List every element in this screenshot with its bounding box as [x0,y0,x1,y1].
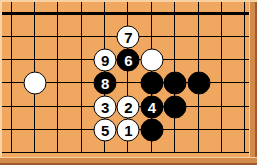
move-number: 5 [101,123,109,138]
grid-line-horizontal [70,129,93,130]
board-point-1-1[interactable] [23,25,46,48]
grid-line-horizontal [47,36,70,37]
grid-line-horizontal [0,59,23,60]
grid-line-vertical [104,2,105,25]
board-point-3-5[interactable] [70,118,93,141]
grid-line-vertical [174,25,175,48]
grid-line-vertical [104,25,105,48]
grid-line-horizontal [0,36,23,37]
go-board-frame: 796832451 [0,0,257,165]
grid-line-horizontal [0,106,23,107]
grid-line-vertical [11,49,12,72]
grid-line-horizontal [70,106,93,107]
grid-line-horizontal [23,12,46,15]
board-point-7-5[interactable] [164,118,187,141]
grid-line-vertical [57,142,58,154]
black-stone-move-4[interactable]: 4 [140,95,163,118]
frame-shadow-right [250,0,257,165]
board-point-7-2[interactable] [164,49,187,72]
board-point-8-2[interactable] [187,49,210,72]
board-point-0-5[interactable] [0,118,23,141]
grid-line-vertical [34,25,35,48]
board-point-4-1[interactable] [93,25,116,48]
board-point-8-3[interactable] [187,72,210,95]
grid-line-vertical [11,95,12,118]
grid-line-vertical [244,2,245,25]
grid-line-horizontal [140,152,163,153]
grid-line-vertical [244,118,245,141]
grid-line-vertical [11,72,12,95]
black-stone[interactable] [140,119,163,142]
board-point-9-4[interactable] [210,95,233,118]
move-number: 7 [124,29,132,44]
grid-line-vertical [244,72,245,95]
grid-line-vertical [11,2,12,25]
board-point-0-3[interactable] [0,72,23,95]
board-point-0-2[interactable] [0,49,23,72]
black-stone[interactable] [164,72,187,95]
board-point-8-5[interactable] [187,118,210,141]
board-point-7-1[interactable] [164,25,187,48]
grid-line-vertical [34,95,35,118]
grid-line-horizontal [117,152,140,153]
grid-line-vertical [174,142,175,154]
board-point-1-3[interactable] [23,72,46,95]
board-point-0-4[interactable] [0,95,23,118]
board-point-6-5[interactable] [140,118,163,141]
grid-line-horizontal [70,12,93,15]
board-point-9-0[interactable] [210,2,233,25]
board-point-3-2[interactable] [70,49,93,72]
board-point-1-2[interactable] [23,49,46,72]
grid-line-vertical [221,95,222,118]
grid-line-horizontal [187,106,210,107]
grid-line-horizontal [210,129,233,130]
grid-line-horizontal [70,152,93,153]
black-stone-move-8[interactable]: 8 [94,72,117,95]
grid-line-vertical [81,2,82,25]
white-stone[interactable] [24,72,47,95]
grid-line-vertical [244,49,245,72]
board-point-2-1[interactable] [47,25,70,48]
grid-line-vertical [151,142,152,154]
white-stone-move-9[interactable]: 9 [94,49,117,72]
grid-line-vertical [244,25,245,48]
board-point-8-1[interactable] [187,25,210,48]
board-point-3-4[interactable] [70,95,93,118]
grid-line-horizontal [117,12,140,15]
board-point-7-0[interactable] [164,2,187,25]
grid-line-vertical [151,25,152,48]
grid-line-horizontal [210,82,233,83]
board-point-8-4[interactable] [187,95,210,118]
move-number: 2 [124,99,132,114]
grid-line-horizontal [210,59,233,60]
board-point-9-1[interactable] [210,25,233,48]
board-point-4-4[interactable]: 3 [93,95,116,118]
white-stone[interactable] [140,49,163,72]
frame-shadow-bottom [0,158,257,165]
grid-line-vertical [127,72,128,95]
grid-line-vertical [151,2,152,25]
grid-line-vertical [81,142,82,154]
board-point-0-0[interactable] [0,2,23,25]
grid-line-horizontal [140,12,163,15]
board-point-9-5[interactable] [210,118,233,141]
black-stone[interactable] [164,95,187,118]
grid-line-vertical [221,2,222,25]
board-point-5-0[interactable] [117,2,140,25]
grid-line-vertical [221,142,222,154]
grid-line-vertical [57,25,58,48]
grid-line-vertical [34,49,35,72]
grid-line-vertical [34,2,35,25]
board-point-2-5[interactable] [47,118,70,141]
board-point-7-4[interactable] [164,95,187,118]
grid-line-vertical [104,142,105,154]
grid-line-vertical [81,118,82,141]
board-point-2-0[interactable] [47,2,70,25]
board-point-2-4[interactable] [47,95,70,118]
board-point-5-3[interactable] [117,72,140,95]
grid-line-vertical [244,142,245,154]
black-stone-move-6[interactable]: 6 [117,49,140,72]
grid-line-horizontal [187,36,210,37]
grid-line-horizontal [140,36,163,37]
board-point-9-2[interactable] [210,49,233,72]
grid-line-horizontal [164,129,187,130]
grid-line-horizontal [164,59,187,60]
board-point-4-2[interactable]: 9 [93,49,116,72]
grid-line-vertical [221,49,222,72]
grid-line-vertical [57,118,58,141]
grid-line-vertical [34,142,35,154]
grid-line-horizontal [210,12,233,15]
frame-highlight-left [0,0,2,165]
board-point-1-5[interactable] [23,118,46,141]
grid-line-vertical [57,72,58,95]
grid-line-horizontal [23,129,46,130]
grid-line-vertical [11,142,12,154]
board-point-6-4[interactable]: 4 [140,95,163,118]
board-point-5-4[interactable]: 2 [117,95,140,118]
grid-line-horizontal [47,106,70,107]
grid-line-vertical [198,2,199,25]
grid-line-vertical [57,2,58,25]
board-point-5-1[interactable]: 7 [117,25,140,48]
white-stone-move-3[interactable]: 3 [94,95,117,118]
grid-line-horizontal [70,36,93,37]
grid-line-horizontal [23,59,46,60]
grid-line-horizontal [164,12,187,15]
grid-line-horizontal [210,152,233,153]
grid-line-horizontal [187,59,210,60]
grid-line-horizontal [187,12,210,15]
grid-line-vertical [221,118,222,141]
grid-line-vertical [127,2,128,25]
grid-line-horizontal [210,36,233,37]
grid-line-horizontal [164,152,187,153]
board-point-3-3[interactable] [70,72,93,95]
board-point-5-2[interactable]: 6 [117,49,140,72]
grid-line-horizontal [47,152,70,153]
grid-line-horizontal [47,12,70,15]
grid-line-vertical [11,25,12,48]
grid-line-horizontal [93,36,116,37]
board-point-2-3[interactable] [47,72,70,95]
move-number: 3 [101,99,109,114]
black-stone[interactable] [187,72,210,95]
grid-line-vertical [198,25,199,48]
grid-line-vertical [34,118,35,141]
black-stone[interactable] [140,72,163,95]
white-stone-move-2[interactable]: 2 [117,95,140,118]
board-point-9-3[interactable] [210,72,233,95]
grid-line-vertical [244,95,245,118]
board-point-0-1[interactable] [0,25,23,48]
grid-line-horizontal [117,82,140,83]
board-point-6-0[interactable] [140,2,163,25]
move-number: 6 [124,53,132,68]
grid-line-vertical [198,118,199,141]
grid-line-vertical [57,49,58,72]
white-stone-move-7[interactable]: 7 [117,25,140,48]
grid-line-vertical [127,142,128,154]
grid-line-horizontal [0,82,23,83]
grid-line-vertical [81,95,82,118]
grid-line-horizontal [47,59,70,60]
board-point-8-0[interactable] [187,2,210,25]
grid-line-horizontal [23,152,46,153]
go-board: 796832451 [0,2,257,165]
grid-line-horizontal [70,59,93,60]
board-point-6-1[interactable] [140,25,163,48]
grid-line-horizontal [164,36,187,37]
grid-line-horizontal [23,106,46,107]
grid-line-vertical [81,49,82,72]
white-stone-move-1[interactable]: 1 [117,119,140,142]
grid-line-vertical [198,95,199,118]
move-number: 9 [101,53,109,68]
grid-line-vertical [174,118,175,141]
board-point-6-2[interactable] [140,49,163,72]
grid-line-vertical [174,2,175,25]
move-number: 1 [124,123,132,138]
grid-line-horizontal [47,82,70,83]
grid-line-vertical [198,49,199,72]
board-point-6-3[interactable] [140,72,163,95]
board-point-3-0[interactable] [70,2,93,25]
grid-line-vertical [221,25,222,48]
board-point-4-3[interactable]: 8 [93,72,116,95]
grid-line-horizontal [210,106,233,107]
board-point-1-4[interactable] [23,95,46,118]
grid-line-vertical [57,95,58,118]
move-number: 4 [148,99,156,114]
grid-line-vertical [81,72,82,95]
grid-line-horizontal [0,152,23,153]
grid-line-vertical [221,72,222,95]
grid-line-vertical [11,118,12,141]
move-number: 8 [101,76,109,91]
board-point-7-3[interactable] [164,72,187,95]
grid-line-horizontal [70,82,93,83]
grid-line-horizontal [0,12,23,15]
grid-line-vertical [81,25,82,48]
board-point-1-0[interactable] [23,2,46,25]
board-point-3-1[interactable] [70,25,93,48]
grid-line-horizontal [93,152,116,153]
grid-line-vertical [174,49,175,72]
frame-highlight-top [0,0,257,2]
grid-line-horizontal [93,12,116,15]
grid-line-horizontal [47,129,70,130]
grid-line-horizontal [187,152,210,153]
board-point-2-2[interactable] [47,49,70,72]
grid-line-horizontal [187,129,210,130]
grid-line-horizontal [23,36,46,37]
board-point-4-0[interactable] [93,2,116,25]
white-stone-move-5[interactable]: 5 [94,119,117,142]
grid-line-vertical [198,142,199,154]
grid-line-horizontal [0,129,23,130]
board-point-5-5[interactable]: 1 [117,118,140,141]
board-point-4-5[interactable]: 5 [93,118,116,141]
